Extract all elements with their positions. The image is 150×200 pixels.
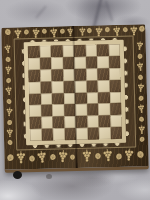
square-r7c7 — [98, 115, 110, 127]
square-r6c3 — [52, 105, 64, 117]
square-r4c1 — [29, 81, 41, 93]
marble-vein — [35, 5, 47, 18]
square-r7c2 — [41, 117, 53, 129]
square-r5c1 — [29, 93, 41, 105]
scallop-edge-left — [21, 45, 26, 142]
grape-bunch-inlay — [103, 149, 113, 162]
grape-bunch-inlay — [83, 150, 92, 162]
square-r6c7 — [98, 104, 110, 116]
grape-bunch-inlay — [58, 150, 67, 163]
square-r4c5 — [75, 80, 87, 92]
grape-bunch-inlay — [138, 104, 145, 114]
grape-bunch-inlay — [14, 28, 21, 38]
square-r2c1 — [28, 58, 40, 70]
square-r8c8 — [110, 127, 122, 139]
square-r4c4 — [63, 81, 75, 93]
grape-bunch-inlay — [17, 151, 26, 163]
vine-leaf-inlay — [116, 153, 123, 160]
square-r7c4 — [64, 116, 76, 128]
grape-bunch-inlay — [95, 26, 103, 36]
grape-bunch-inlay — [7, 128, 13, 137]
square-r8c6 — [87, 128, 99, 140]
board-inner-margin — [14, 36, 137, 151]
vine-leaf-inlay — [23, 28, 30, 35]
square-r2c6 — [86, 56, 98, 68]
square-r1c2 — [39, 46, 51, 58]
grape-bunch-inlay — [5, 65, 12, 74]
vine-leaf-inlay — [137, 52, 144, 59]
grape-bunch-inlay — [37, 150, 47, 163]
square-r1c8 — [108, 44, 120, 56]
square-r6c8 — [110, 103, 122, 115]
square-r1c6 — [85, 44, 97, 56]
square-r4c7 — [98, 80, 110, 92]
grape-bunch-inlay — [113, 26, 121, 37]
square-r8c4 — [64, 128, 76, 140]
countertop-dark-spot — [13, 171, 22, 179]
grape-bunch-inlay — [124, 148, 133, 161]
vine-leaf-inlay — [4, 56, 11, 64]
square-r5c7 — [98, 92, 110, 104]
grape-bunch-inlay — [139, 125, 145, 134]
square-r4c6 — [86, 80, 98, 92]
square-r3c1 — [28, 70, 40, 82]
square-r8c5 — [76, 128, 88, 140]
square-r6c1 — [29, 105, 41, 117]
vine-leaf-inlay — [70, 155, 75, 161]
vine-leaf-inlay — [4, 27, 12, 36]
square-r1c4 — [62, 45, 74, 57]
board-grid — [28, 44, 122, 141]
marble-vein — [105, 0, 114, 22]
vine-leaf-inlay — [5, 98, 12, 105]
square-r2c3 — [51, 57, 63, 69]
square-r2c5 — [74, 57, 86, 69]
square-r5c5 — [75, 92, 87, 104]
square-r7c6 — [87, 116, 99, 128]
square-r8c2 — [41, 129, 53, 141]
vine-leaf-inlay — [49, 153, 57, 161]
vine-leaf-inlay — [139, 135, 146, 142]
square-r4c8 — [109, 80, 121, 92]
grape-bunch-inlay — [50, 27, 58, 38]
vine-leaf-inlay — [95, 153, 102, 161]
square-r2c4 — [63, 57, 75, 69]
square-r3c7 — [97, 68, 109, 80]
vine-leaf-inlay — [41, 27, 48, 34]
grape-bunch-inlay — [130, 26, 137, 36]
square-r1c3 — [51, 45, 63, 57]
square-r5c4 — [63, 93, 75, 105]
square-r6c2 — [41, 105, 53, 117]
square-r2c2 — [40, 57, 52, 69]
vine-leaf-inlay — [138, 24, 146, 32]
square-r8c7 — [99, 127, 111, 139]
chess-board — [1, 24, 148, 169]
vine-leaf-inlay — [5, 77, 12, 84]
square-r8c1 — [30, 129, 42, 141]
square-r1c7 — [97, 44, 109, 56]
vine-leaf-inlay — [138, 115, 145, 123]
grape-bunch-inlay — [32, 28, 40, 38]
marble-countertop — [0, 0, 150, 200]
vine-leaf-inlay — [6, 153, 15, 163]
vine-leaf-inlay — [138, 94, 145, 101]
vine-leaf-inlay — [59, 27, 66, 34]
square-r4c2 — [40, 81, 52, 93]
scallop-edge-bottom — [29, 143, 123, 148]
grape-bunch-inlay — [4, 44, 12, 54]
grape-bunch-inlay — [5, 86, 12, 96]
square-r6c6 — [87, 104, 99, 116]
square-r3c3 — [51, 69, 63, 81]
square-r3c4 — [63, 69, 75, 81]
square-r3c6 — [86, 68, 98, 80]
square-r3c8 — [109, 68, 121, 80]
square-r5c8 — [109, 91, 121, 103]
vine-leaf-inlay — [137, 73, 144, 80]
vine-leaf-inlay — [104, 26, 110, 33]
vine-leaf-inlay — [6, 139, 13, 146]
square-r3c2 — [40, 69, 52, 81]
square-r1c1 — [28, 46, 40, 58]
vine-leaf-inlay — [122, 26, 129, 33]
square-r2c7 — [97, 56, 109, 68]
square-r7c8 — [110, 115, 122, 127]
square-r7c1 — [29, 117, 41, 129]
square-r4c3 — [52, 81, 64, 93]
square-r7c5 — [75, 116, 87, 128]
countertop-faint-spot — [46, 174, 52, 179]
square-r2c8 — [109, 56, 121, 68]
square-r5c2 — [40, 93, 52, 105]
scallop-edge-right — [124, 43, 129, 140]
square-r3c5 — [74, 68, 86, 80]
square-r5c3 — [52, 93, 64, 105]
vine-leaf-inlay — [6, 119, 13, 126]
square-r1c5 — [74, 45, 86, 57]
scallop-edge-top — [27, 37, 121, 42]
grape-bunch-inlay — [137, 83, 144, 92]
vine-leaf-inlay — [136, 150, 145, 160]
grape-bunch-inlay — [79, 27, 85, 36]
vine-leaf-inlay — [28, 155, 36, 163]
playing-area — [24, 40, 126, 145]
square-r5c6 — [86, 92, 98, 104]
grape-bunch-inlay — [6, 107, 13, 116]
square-r6c4 — [64, 104, 76, 116]
grape-bunch-inlay — [136, 41, 143, 50]
square-r8c3 — [53, 128, 65, 140]
grape-bunch-inlay — [137, 62, 144, 72]
vine-leaf-inlay — [86, 27, 93, 34]
square-r6c5 — [75, 104, 87, 116]
square-r7c3 — [52, 117, 64, 129]
grape-bunch-inlay — [67, 27, 73, 36]
